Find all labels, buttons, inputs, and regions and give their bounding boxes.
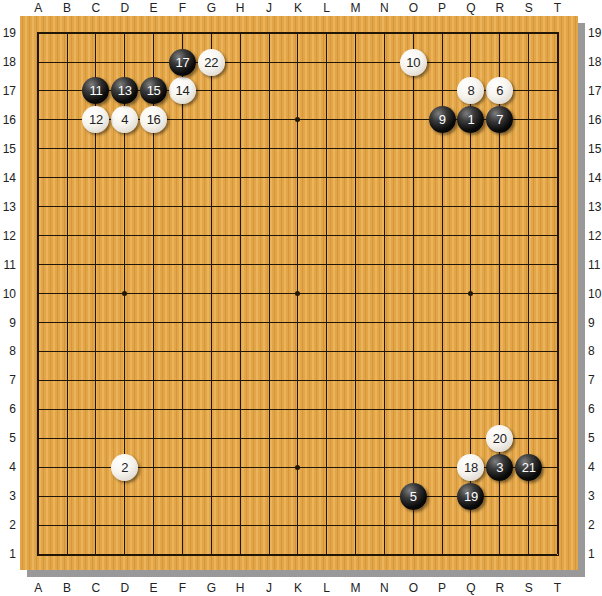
row-label: 16: [0, 112, 16, 128]
column-label: H: [226, 580, 254, 596]
row-label: 2: [588, 517, 602, 533]
column-label: J: [255, 580, 283, 596]
row-label: 9: [588, 315, 602, 331]
move-number: 19: [464, 489, 478, 504]
column-label: C: [82, 580, 110, 596]
stone-black[interactable]: 17: [169, 49, 196, 76]
column-label: L: [313, 0, 341, 16]
column-label: R: [486, 0, 514, 16]
column-label: A: [24, 580, 52, 596]
column-label: M: [342, 0, 370, 16]
column-label: N: [370, 580, 398, 596]
column-labels-top: ABCDEFGHJKLMNOPQRST: [20, 0, 578, 16]
stone-black[interactable]: 9: [429, 106, 456, 133]
column-label: B: [53, 580, 81, 596]
row-label: 19: [588, 25, 602, 41]
row-label: 7: [588, 372, 602, 388]
row-label: 3: [0, 488, 16, 504]
go-move-diagram: ABCDEFGHJKLMNOPQRST ABCDEFGHJKLMNOPQRST …: [0, 0, 602, 596]
row-label: 8: [588, 343, 602, 359]
row-label: 5: [0, 430, 16, 446]
move-number: 18: [464, 460, 478, 475]
column-label: S: [515, 580, 543, 596]
row-labels-right: 19181716151413121110987654321: [588, 16, 602, 570]
column-label: L: [313, 580, 341, 596]
row-label: 12: [588, 228, 602, 244]
row-label: 2: [0, 517, 16, 533]
move-number: 14: [175, 83, 189, 98]
row-label: 19: [0, 25, 16, 41]
row-label: 5: [588, 430, 602, 446]
row-label: 6: [588, 401, 602, 417]
column-label: T: [544, 580, 572, 596]
row-label: 15: [0, 141, 16, 157]
row-label: 17: [0, 83, 16, 99]
column-label: P: [428, 580, 456, 596]
move-number: 7: [496, 112, 503, 127]
column-label: B: [53, 0, 81, 16]
column-label: R: [486, 580, 514, 596]
stone-white[interactable]: 22: [198, 49, 225, 76]
row-label: 1: [0, 546, 16, 562]
move-number: 4: [121, 112, 128, 127]
column-label: F: [168, 0, 196, 16]
stone-black[interactable]: 3: [486, 454, 513, 481]
move-number: 6: [496, 83, 503, 98]
move-number: 5: [410, 489, 417, 504]
row-label: 1: [588, 546, 602, 562]
row-label: 4: [588, 459, 602, 475]
row-label: 14: [0, 170, 16, 186]
stone-black[interactable]: 5: [400, 483, 427, 510]
move-number: 13: [118, 83, 132, 98]
column-labels-bottom: ABCDEFGHJKLMNOPQRST: [20, 580, 578, 596]
stone-black[interactable]: 19: [457, 483, 484, 510]
row-label: 11: [0, 257, 16, 273]
row-label: 8: [0, 343, 16, 359]
row-label: 13: [0, 199, 16, 215]
column-label: J: [255, 0, 283, 16]
stone-black[interactable]: 21: [515, 454, 542, 481]
row-labels-left: 19181716151413121110987654321: [0, 16, 17, 570]
row-label: 7: [0, 372, 16, 388]
column-label: N: [370, 0, 398, 16]
column-label: E: [140, 580, 168, 596]
move-number: 3: [496, 460, 503, 475]
stone-white[interactable]: 18: [457, 454, 484, 481]
row-label: 3: [588, 488, 602, 504]
stone-white[interactable]: 20: [486, 425, 513, 452]
row-label: 16: [588, 112, 602, 128]
row-label: 10: [588, 286, 602, 302]
row-label: 10: [0, 286, 16, 302]
column-label: O: [399, 580, 427, 596]
row-label: 18: [0, 54, 16, 70]
column-label: O: [399, 0, 427, 16]
go-board[interactable]: 12345678910111213141516171819202122: [20, 16, 578, 570]
move-number: 16: [147, 112, 161, 127]
column-label: D: [111, 580, 139, 596]
move-number: 22: [204, 55, 218, 70]
stone-white[interactable]: 2: [111, 454, 138, 481]
row-label: 15: [588, 141, 602, 157]
column-label: E: [140, 0, 168, 16]
column-label: K: [284, 580, 312, 596]
move-number: 2: [121, 460, 128, 475]
stone-white[interactable]: 10: [400, 49, 427, 76]
column-label: G: [197, 0, 225, 16]
move-number: 9: [439, 112, 446, 127]
row-label: 6: [0, 401, 16, 417]
column-label: A: [24, 0, 52, 16]
move-number: 10: [406, 55, 420, 70]
column-label: P: [428, 0, 456, 16]
row-label: 11: [588, 257, 602, 273]
row-label: 13: [588, 199, 602, 215]
row-label: 18: [588, 54, 602, 70]
move-number: 15: [147, 83, 161, 98]
move-number: 11: [89, 83, 102, 98]
column-label: Q: [457, 580, 485, 596]
move-number: 21: [522, 460, 536, 475]
row-label: 9: [0, 315, 16, 331]
move-number: 1: [467, 112, 474, 127]
column-label: K: [284, 0, 312, 16]
row-label: 14: [588, 170, 602, 186]
column-label: G: [197, 580, 225, 596]
column-label: F: [168, 580, 196, 596]
move-number: 12: [89, 112, 103, 127]
column-label: Q: [457, 0, 485, 16]
row-label: 4: [0, 459, 16, 475]
row-label: 17: [588, 83, 602, 99]
column-label: T: [544, 0, 572, 16]
move-number: 20: [493, 431, 507, 446]
column-label: C: [82, 0, 110, 16]
column-label: S: [515, 0, 543, 16]
column-label: M: [342, 580, 370, 596]
move-number: 8: [467, 83, 474, 98]
move-number: 17: [175, 55, 189, 70]
row-label: 12: [0, 228, 16, 244]
column-label: D: [111, 0, 139, 16]
column-label: H: [226, 0, 254, 16]
